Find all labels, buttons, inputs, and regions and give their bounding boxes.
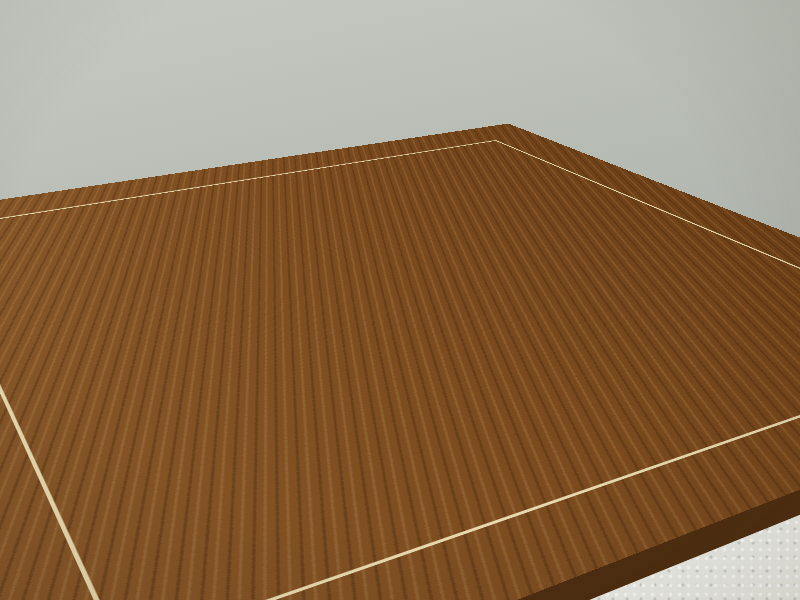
chess-board: [0, 124, 800, 600]
chess-photo-scene: [0, 0, 800, 600]
board-playing-area: [0, 140, 800, 600]
